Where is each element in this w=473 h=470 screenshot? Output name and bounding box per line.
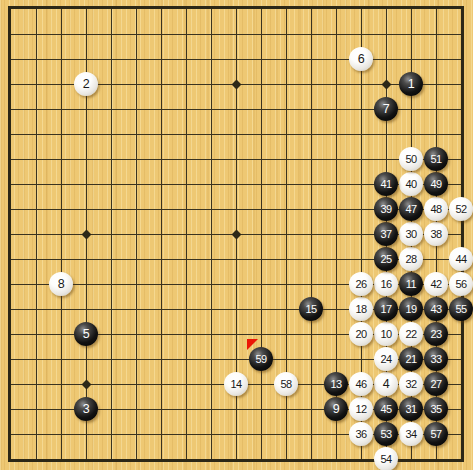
stone-36-white: 36 <box>349 422 373 446</box>
stone-3-black: 3 <box>74 397 98 421</box>
stone-14-white: 14 <box>224 372 248 396</box>
stone-48-white: 48 <box>424 197 448 221</box>
stone-18-white: 18 <box>349 297 373 321</box>
stone-25-black: 25 <box>374 247 398 271</box>
stone-49-black: 49 <box>424 172 448 196</box>
stone-35-black: 35 <box>424 397 448 421</box>
stone-7-black: 7 <box>374 97 398 121</box>
stone-10-white: 10 <box>374 322 398 346</box>
stone-37-black: 37 <box>374 222 398 246</box>
stone-2-white: 2 <box>74 72 98 96</box>
stone-21-black: 21 <box>399 347 423 371</box>
stone-1-black: 1 <box>399 72 423 96</box>
stone-27-black: 27 <box>424 372 448 396</box>
stone-46-white: 46 <box>349 372 373 396</box>
stone-20-white: 20 <box>349 322 373 346</box>
stone-8-white: 8 <box>49 272 73 296</box>
stone-57-black: 57 <box>424 422 448 446</box>
stone-16-white: 16 <box>374 272 398 296</box>
stone-42-white: 42 <box>424 272 448 296</box>
stone-45-black: 45 <box>374 397 398 421</box>
stone-28-white: 28 <box>399 247 423 271</box>
stone-39-black: 39 <box>374 197 398 221</box>
stone-50-white: 50 <box>399 147 423 171</box>
stone-31-black: 31 <box>399 397 423 421</box>
stone-33-black: 33 <box>424 347 448 371</box>
stone-40-white: 40 <box>399 172 423 196</box>
stone-51-black: 51 <box>424 147 448 171</box>
stone-22-white: 22 <box>399 322 423 346</box>
stone-53-black: 53 <box>374 422 398 446</box>
stone-32-white: 32 <box>399 372 423 396</box>
stone-58-white: 58 <box>274 372 298 396</box>
stone-13-black: 13 <box>324 372 348 396</box>
grid-line-vertical <box>311 9 312 459</box>
stone-6-white: 6 <box>349 47 373 71</box>
stone-11-black: 11 <box>399 272 423 296</box>
stone-4-white: 4 <box>374 372 398 396</box>
stone-43-black: 43 <box>424 297 448 321</box>
stone-47-black: 47 <box>399 197 423 221</box>
stone-15-black: 15 <box>299 297 323 321</box>
stone-52-white: 52 <box>449 197 473 221</box>
stone-34-white: 34 <box>399 422 423 446</box>
stone-9-black: 9 <box>324 397 348 421</box>
stone-24-white: 24 <box>374 347 398 371</box>
stone-38-white: 38 <box>424 222 448 246</box>
stone-26-white: 26 <box>349 272 373 296</box>
stone-54-white: 54 <box>374 447 398 470</box>
stone-30-white: 30 <box>399 222 423 246</box>
stone-23-black: 23 <box>424 322 448 346</box>
stone-17-black: 17 <box>374 297 398 321</box>
stone-44-white: 44 <box>449 247 473 271</box>
stone-56-white: 56 <box>449 272 473 296</box>
stone-12-white: 12 <box>349 397 373 421</box>
stone-59-black: 59 <box>249 347 273 371</box>
grid-line-vertical <box>261 9 262 459</box>
go-board[interactable]: 1234567891011121314151617181920212223242… <box>0 0 473 470</box>
stone-19-black: 19 <box>399 297 423 321</box>
stone-41-black: 41 <box>374 172 398 196</box>
stone-55-black: 55 <box>449 297 473 321</box>
stone-5-black: 5 <box>74 322 98 346</box>
